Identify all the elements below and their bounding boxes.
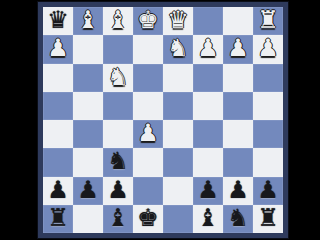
square-b4[interactable] bbox=[223, 92, 253, 120]
square-e3[interactable] bbox=[133, 64, 163, 92]
screenshot-background: ♛♝♝♚♛♜♟♞♟♟♟♞♟♞♟♟♟♟♟♟♜♝♚♝♞♜ bbox=[0, 0, 320, 240]
square-d6[interactable] bbox=[163, 148, 193, 176]
white-pawn: ♟ bbox=[47, 36, 69, 60]
square-g5[interactable] bbox=[73, 120, 103, 148]
black-rook: ♜ bbox=[257, 206, 279, 230]
square-f1[interactable]: ♝ bbox=[103, 7, 133, 35]
square-b5[interactable] bbox=[223, 120, 253, 148]
square-e4[interactable] bbox=[133, 92, 163, 120]
square-c2[interactable]: ♟ bbox=[193, 35, 223, 63]
square-e6[interactable] bbox=[133, 148, 163, 176]
white-pawn: ♟ bbox=[197, 36, 219, 60]
square-e5[interactable]: ♟ bbox=[133, 120, 163, 148]
square-g4[interactable] bbox=[73, 92, 103, 120]
black-king: ♚ bbox=[137, 206, 159, 230]
square-g8[interactable] bbox=[73, 205, 103, 233]
black-pawn: ♟ bbox=[227, 178, 249, 202]
square-e7[interactable] bbox=[133, 177, 163, 205]
white-pawn: ♟ bbox=[137, 121, 159, 145]
square-g7[interactable]: ♟ bbox=[73, 177, 103, 205]
square-a1[interactable]: ♜ bbox=[253, 7, 283, 35]
square-c6[interactable] bbox=[193, 148, 223, 176]
white-knight: ♞ bbox=[167, 36, 189, 60]
square-h5[interactable] bbox=[43, 120, 73, 148]
square-h1[interactable]: ♛ bbox=[43, 7, 73, 35]
square-a7[interactable]: ♟ bbox=[253, 177, 283, 205]
square-h6[interactable] bbox=[43, 148, 73, 176]
square-h3[interactable] bbox=[43, 64, 73, 92]
square-f3[interactable]: ♞ bbox=[103, 64, 133, 92]
chess-board: ♛♝♝♚♛♜♟♞♟♟♟♞♟♞♟♟♟♟♟♟♜♝♚♝♞♜ bbox=[43, 7, 283, 233]
square-a3[interactable] bbox=[253, 64, 283, 92]
square-a4[interactable] bbox=[253, 92, 283, 120]
black-knight: ♞ bbox=[107, 149, 129, 173]
square-d3[interactable] bbox=[163, 64, 193, 92]
square-b8[interactable]: ♞ bbox=[223, 205, 253, 233]
square-f4[interactable] bbox=[103, 92, 133, 120]
black-pawn: ♟ bbox=[107, 178, 129, 202]
square-h8[interactable]: ♜ bbox=[43, 205, 73, 233]
square-d7[interactable] bbox=[163, 177, 193, 205]
square-a5[interactable] bbox=[253, 120, 283, 148]
square-h7[interactable]: ♟ bbox=[43, 177, 73, 205]
square-e2[interactable] bbox=[133, 35, 163, 63]
black-rook: ♜ bbox=[47, 206, 69, 230]
square-c4[interactable] bbox=[193, 92, 223, 120]
square-b1[interactable] bbox=[223, 7, 253, 35]
square-c1[interactable] bbox=[193, 7, 223, 35]
square-f8[interactable]: ♝ bbox=[103, 205, 133, 233]
square-f7[interactable]: ♟ bbox=[103, 177, 133, 205]
square-f6[interactable]: ♞ bbox=[103, 148, 133, 176]
white-bishop: ♝ bbox=[77, 8, 99, 32]
black-pawn: ♟ bbox=[77, 178, 99, 202]
white-king: ♚ bbox=[137, 8, 159, 32]
square-h2[interactable]: ♟ bbox=[43, 35, 73, 63]
white-pawn: ♟ bbox=[257, 36, 279, 60]
black-queen: ♛ bbox=[47, 8, 69, 32]
black-knight: ♞ bbox=[227, 206, 249, 230]
square-c8[interactable]: ♝ bbox=[193, 205, 223, 233]
chess-board-frame: ♛♝♝♚♛♜♟♞♟♟♟♞♟♞♟♟♟♟♟♟♜♝♚♝♞♜ bbox=[38, 2, 288, 238]
black-pawn: ♟ bbox=[197, 178, 219, 202]
white-bishop: ♝ bbox=[107, 8, 129, 32]
square-b6[interactable] bbox=[223, 148, 253, 176]
black-pawn: ♟ bbox=[257, 178, 279, 202]
square-c5[interactable] bbox=[193, 120, 223, 148]
square-a8[interactable]: ♜ bbox=[253, 205, 283, 233]
square-d8[interactable] bbox=[163, 205, 193, 233]
square-a2[interactable]: ♟ bbox=[253, 35, 283, 63]
square-d1[interactable]: ♛ bbox=[163, 7, 193, 35]
black-bishop: ♝ bbox=[107, 206, 129, 230]
white-pawn: ♟ bbox=[227, 36, 249, 60]
black-pawn: ♟ bbox=[47, 178, 69, 202]
square-g3[interactable] bbox=[73, 64, 103, 92]
square-g2[interactable] bbox=[73, 35, 103, 63]
square-e8[interactable]: ♚ bbox=[133, 205, 163, 233]
square-a6[interactable] bbox=[253, 148, 283, 176]
black-bishop: ♝ bbox=[197, 206, 219, 230]
square-e1[interactable]: ♚ bbox=[133, 7, 163, 35]
square-f5[interactable] bbox=[103, 120, 133, 148]
square-d4[interactable] bbox=[163, 92, 193, 120]
square-f2[interactable] bbox=[103, 35, 133, 63]
white-queen: ♛ bbox=[167, 8, 189, 32]
square-b7[interactable]: ♟ bbox=[223, 177, 253, 205]
square-d2[interactable]: ♞ bbox=[163, 35, 193, 63]
white-rook: ♜ bbox=[257, 8, 279, 32]
square-c3[interactable] bbox=[193, 64, 223, 92]
square-h4[interactable] bbox=[43, 92, 73, 120]
square-g6[interactable] bbox=[73, 148, 103, 176]
square-d5[interactable] bbox=[163, 120, 193, 148]
square-g1[interactable]: ♝ bbox=[73, 7, 103, 35]
square-b2[interactable]: ♟ bbox=[223, 35, 253, 63]
white-knight: ♞ bbox=[107, 65, 129, 89]
square-c7[interactable]: ♟ bbox=[193, 177, 223, 205]
square-b3[interactable] bbox=[223, 64, 253, 92]
